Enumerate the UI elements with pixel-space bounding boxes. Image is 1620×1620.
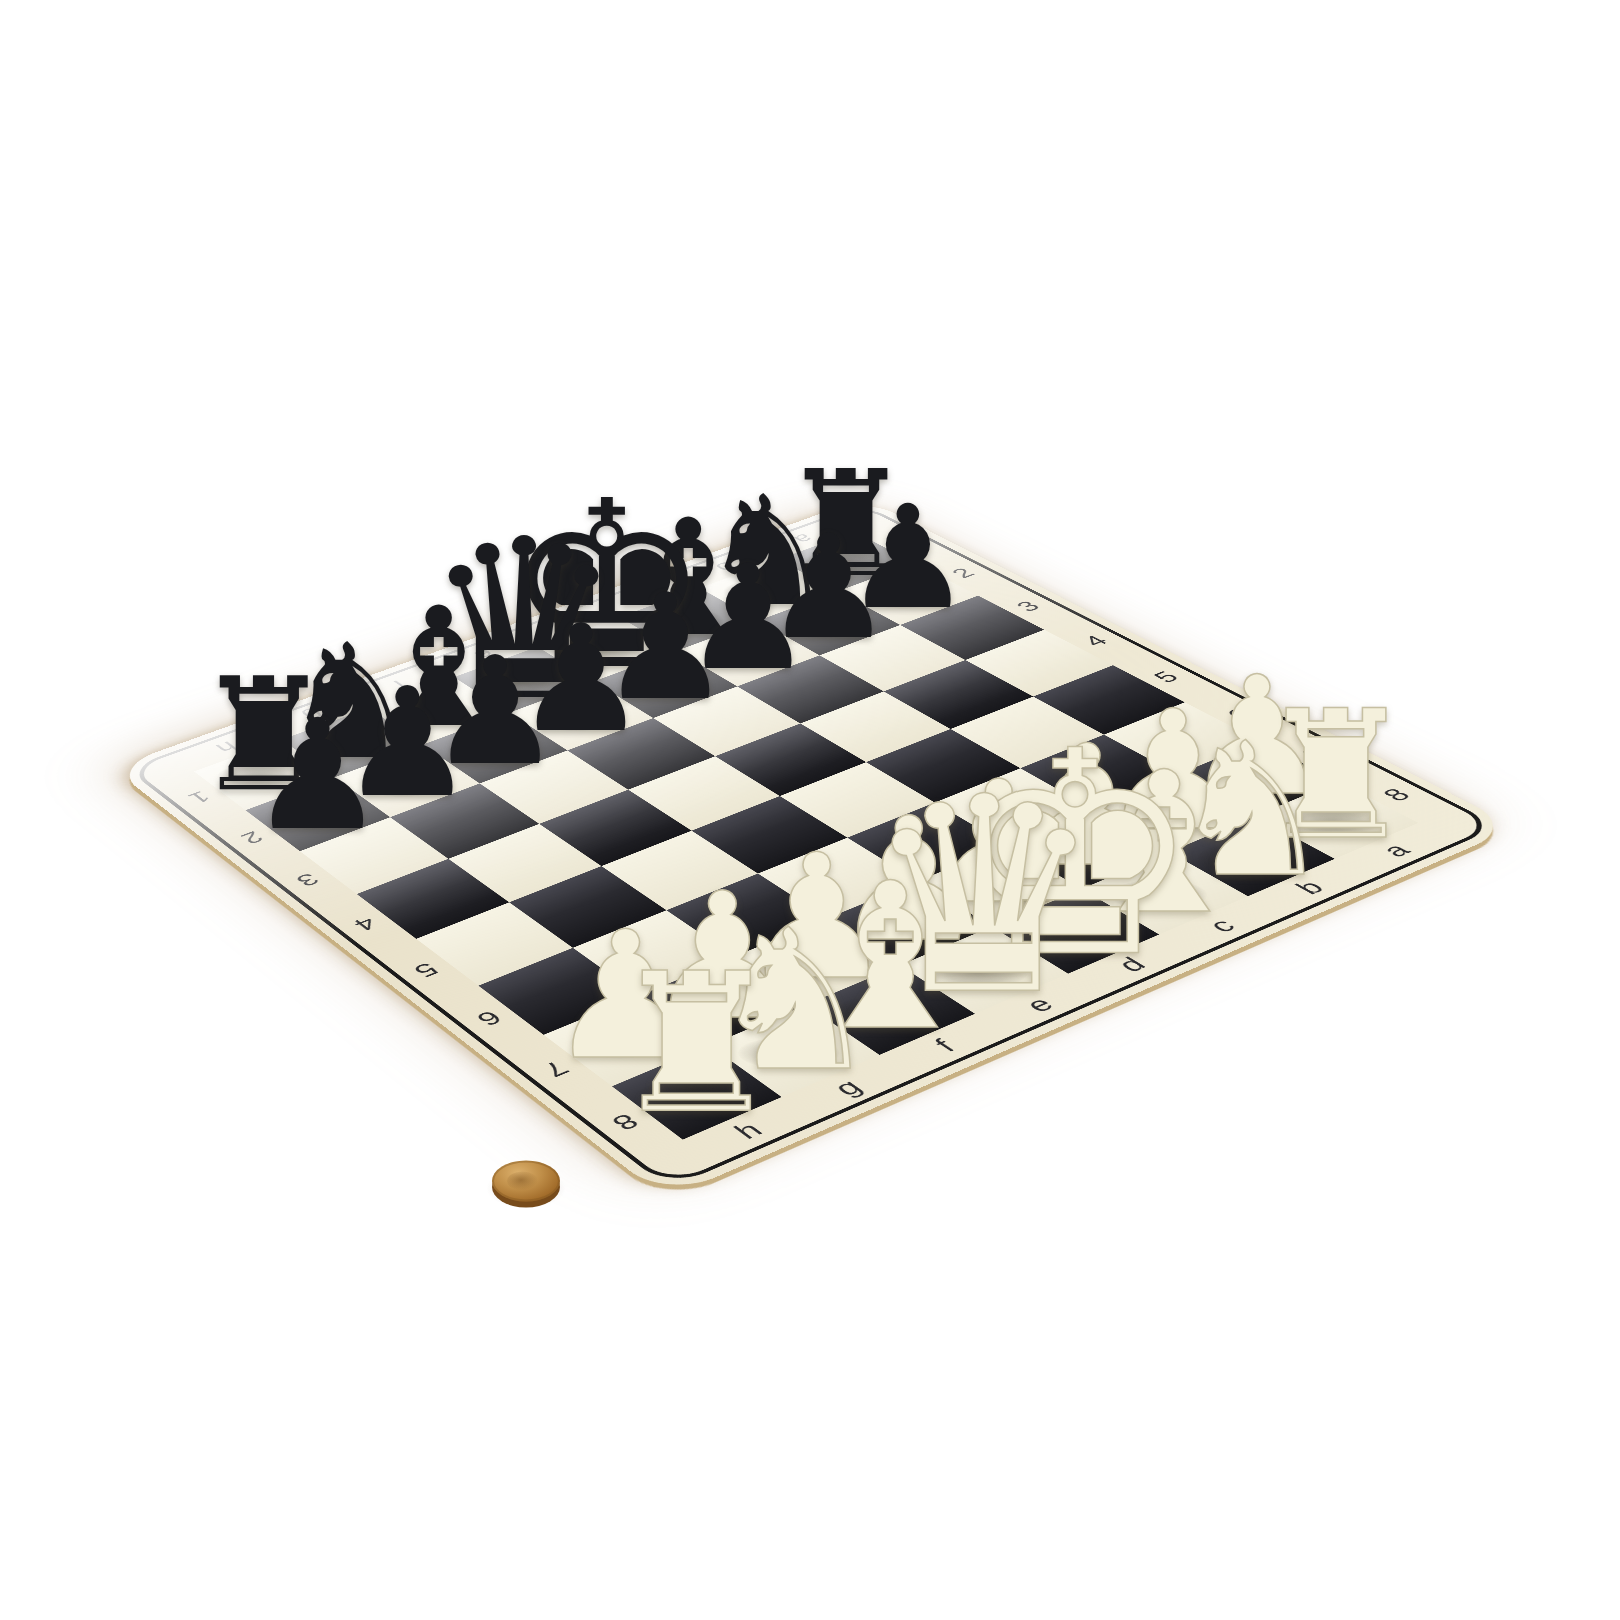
piece-black-pawn-h2: ♟ xyxy=(249,700,386,852)
scene: aa88bb77cc66dd55ee44ff33gg22hh11 ♜♞♟♝♟♚♟… xyxy=(0,0,1620,1620)
pieces-layer: ♜♞♟♝♟♚♟♛♟♝♟♞♟♜♟♟♟♟♜♟♞♟♝♟♚♟♛♟♝♟♞♜ xyxy=(0,0,1620,1620)
piece-white-rook-h8: ♜ xyxy=(610,948,782,1140)
